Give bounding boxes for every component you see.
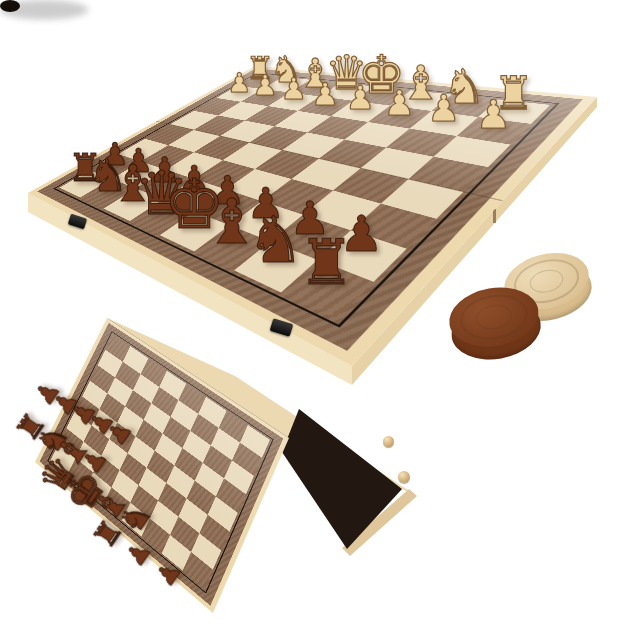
disc-contact-shadow [0,0,90,20]
piece-white-pawn[interactable]: ♟ [280,75,306,105]
tent-foot [0,0,20,12]
piece-black-rook[interactable]: ♜ [299,232,355,295]
disc-contact-shadow [0,0,86,19]
piece-white-pawn[interactable]: ♟ [476,95,511,134]
wooden-knob-2 [398,471,410,483]
piece-black-knight[interactable]: ♞ [247,209,304,273]
piece-white-pawn[interactable]: ♟ [427,90,460,127]
piece-white-pawn[interactable]: ♟ [346,82,375,115]
wooden-knob-1 [383,436,394,447]
chess-set-photo: ♜♞♝♛♚♝♞♜♟♟♟♟♟♟♟♟♟♟♟♟♟♟♟♟♜♞♝♛♚♝♞♜♟♟♟♟♟♜♞♝… [0,0,640,640]
piece-white-pawn[interactable]: ♟ [311,78,339,109]
checker-piece-dark[interactable] [445,281,546,367]
piece-white-pawn[interactable]: ♟ [227,70,251,97]
checker-piece-dark-groove-1 [456,289,531,344]
checker-piece-dark-groove-2 [474,303,513,332]
piece-white-pawn[interactable]: ♟ [384,86,415,121]
piece-white-pawn[interactable]: ♟ [253,72,278,100]
